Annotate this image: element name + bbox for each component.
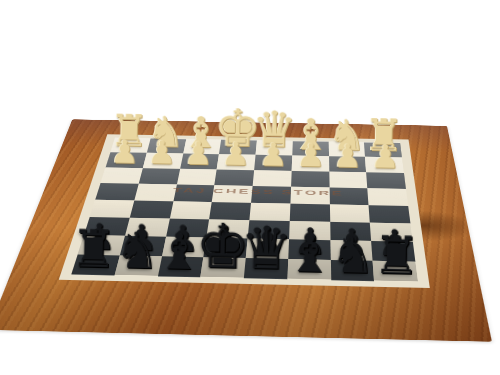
square-h5: [90, 200, 134, 218]
square-a1: ♜: [364, 142, 402, 157]
square-c3: [291, 171, 329, 188]
square-g1: ♞: [147, 139, 186, 154]
piece-white-king: ♚: [214, 103, 261, 155]
square-b5: [329, 204, 370, 222]
piece-black-rook: ♜: [372, 228, 420, 282]
square-d7: ♟: [246, 239, 289, 259]
piece-white-bishop: ♝: [291, 113, 330, 156]
piece-white-knight: ♞: [146, 111, 184, 154]
piece-white-queen: ♛: [252, 105, 297, 155]
square-a4: [368, 188, 409, 206]
square-e8: ♚: [201, 257, 246, 278]
square-e4: [212, 185, 253, 202]
square-d1: ♛: [256, 141, 293, 156]
square-f5: [169, 201, 212, 219]
square-c5: [289, 203, 329, 221]
board-inner-border: TAJ CHESS STORE ♜♞♝♚♛♝♞♜♟♟♟♟♟♟♟♟♟♟♟♟♟♟♟♟…: [59, 134, 430, 288]
square-g7: ♟: [120, 236, 166, 256]
square-h2: ♟: [106, 152, 147, 168]
square-f1: ♝: [183, 139, 222, 154]
square-e5: [209, 202, 251, 220]
square-h3: [101, 167, 143, 183]
square-a3: [366, 172, 406, 189]
square-e3: [214, 169, 254, 186]
square-h7: ♟: [78, 235, 125, 255]
square-c7: ♟: [288, 239, 330, 259]
square-d2: ♟: [254, 155, 292, 171]
square-e1: ♚: [219, 140, 257, 155]
square-a5: [369, 205, 411, 223]
square-c8: ♝: [287, 259, 330, 280]
square-f6: [166, 219, 210, 238]
square-a2: ♟: [365, 157, 404, 173]
square-d6: [248, 220, 290, 239]
square-e7: ♟: [204, 238, 248, 258]
square-d5: [249, 203, 290, 221]
square-g3: [138, 168, 179, 185]
square-a6: [370, 223, 413, 242]
square-g5: [130, 200, 173, 218]
square-g2: ♟: [143, 153, 183, 169]
square-f7: ♟: [162, 237, 207, 257]
square-b8: ♞: [330, 260, 374, 281]
square-g6: [125, 218, 170, 237]
square-d4: [251, 186, 291, 203]
square-b7: ♟: [330, 240, 373, 260]
piece-white-knight: ♞: [328, 114, 367, 157]
square-a7: ♟: [371, 241, 415, 261]
square-b3: [329, 172, 368, 189]
square-c2: ♟: [291, 156, 328, 172]
square-h4: [95, 183, 138, 200]
piece-white-bishop: ♝: [182, 111, 220, 154]
square-b6: [330, 222, 372, 241]
square-h6: [84, 217, 130, 236]
square-c4: [290, 187, 329, 204]
square-c1: ♝: [292, 141, 329, 156]
piece-white-rook: ♜: [364, 112, 405, 157]
square-g8: ♞: [114, 255, 161, 276]
chess-board-frame: TAJ CHESS STORE ♜♞♝♚♛♝♞♜♟♟♟♟♟♟♟♟♟♟♟♟♟♟♟♟…: [0, 119, 492, 341]
photo-scene: TAJ CHESS STORE ♜♞♝♚♛♝♞♜♟♟♟♟♟♟♟♟♟♟♟♟♟♟♟♟…: [0, 0, 500, 375]
square-f4: [173, 185, 214, 202]
square-d3: [253, 170, 292, 187]
square-f2: ♟: [180, 154, 219, 170]
square-b2: ♟: [329, 156, 367, 172]
square-h1: ♜: [110, 138, 150, 153]
square-e6: [207, 219, 250, 238]
square-e2: ♟: [217, 154, 256, 170]
chess-board: TAJ CHESS STORE ♜♞♝♚♛♝♞♜♟♟♟♟♟♟♟♟♟♟♟♟♟♟♟♟…: [71, 138, 418, 282]
square-b4: [329, 187, 369, 205]
square-h8: ♜: [71, 254, 119, 275]
square-c6: [289, 221, 330, 240]
square-b1: ♞: [328, 142, 365, 157]
square-f8: ♝: [157, 256, 203, 277]
piece-white-rook: ♜: [109, 108, 149, 153]
square-g4: [134, 184, 176, 201]
square-f3: [176, 169, 216, 186]
square-d8: ♛: [244, 258, 288, 279]
square-a8: ♜: [373, 261, 418, 283]
